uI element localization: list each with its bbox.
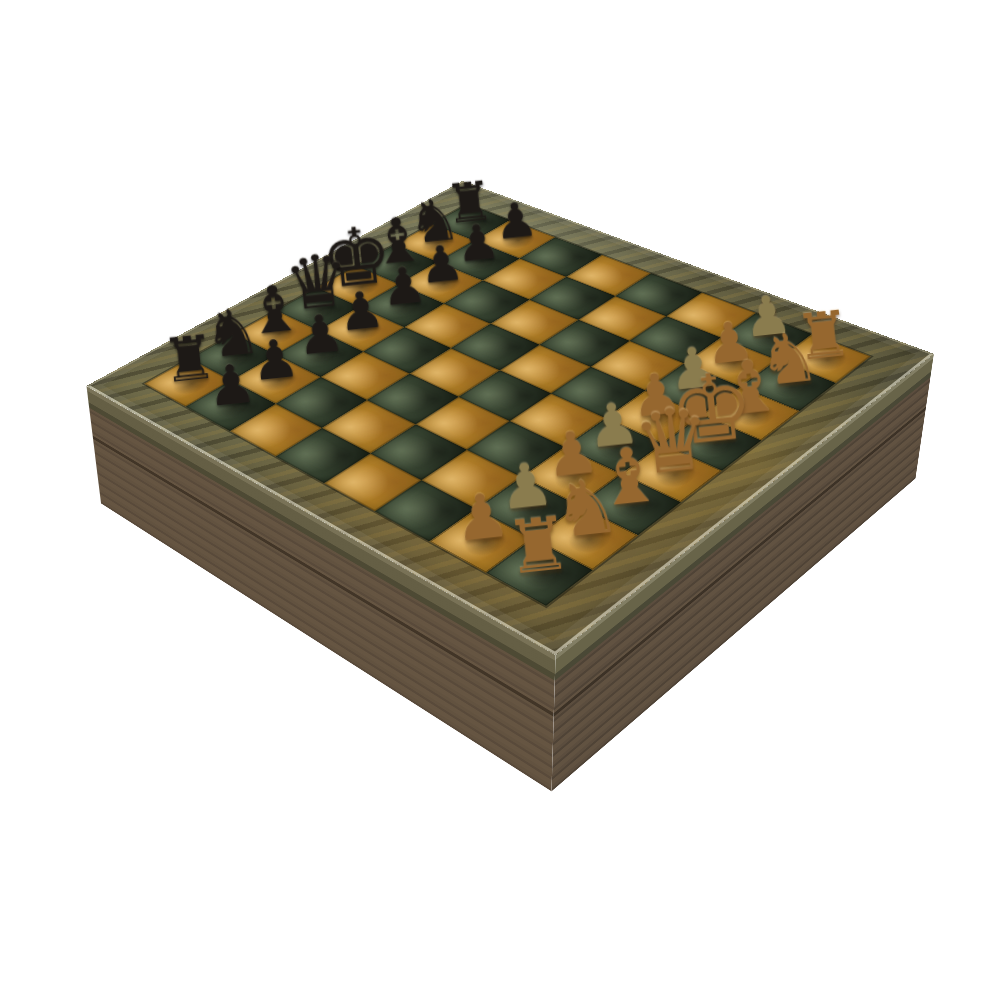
board-assembly: ♜♞♝♛♚♝♞♜♟♟♟♟♟♟♟♟♟♟♟♟♟♟♟♟♜♞♝♛♚♝♞♜ (0, 0, 1000, 1000)
piece-black-pawn[interactable]: ♟ (294, 306, 346, 363)
piece-black-pawn[interactable]: ♟ (378, 259, 428, 314)
board-frame: ♜♞♝♛♚♝♞♜♟♟♟♟♟♟♟♟♟♟♟♟♟♟♟♟♜♞♝♛♚♝♞♜ (86, 181, 934, 655)
perspective-stage: ♜♞♝♛♚♝♞♜♟♟♟♟♟♟♟♟♟♟♟♟♟♟♟♟♜♞♝♛♚♝♞♜ (0, 0, 1000, 1000)
scene: ♜♞♝♛♚♝♞♜♟♟♟♟♟♟♟♟♟♟♟♟♟♟♟♟♜♞♝♛♚♝♞♜ (0, 0, 1000, 1000)
piece-black-pawn[interactable]: ♟ (204, 356, 258, 415)
